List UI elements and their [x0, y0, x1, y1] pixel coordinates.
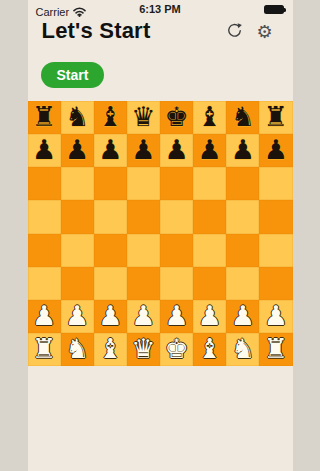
square-f2[interactable]: ♟	[193, 300, 226, 333]
square-f8[interactable]: ♝	[193, 101, 226, 134]
square-b6[interactable]	[61, 167, 94, 200]
square-c4[interactable]	[94, 234, 127, 267]
refresh-button[interactable]	[223, 20, 247, 44]
white-rook: ♜	[264, 335, 288, 362]
black-pawn: ♟	[98, 136, 122, 163]
white-pawn: ♟	[65, 302, 89, 329]
black-pawn: ♟	[231, 136, 255, 163]
square-g2[interactable]: ♟	[226, 300, 259, 333]
status-bar: Carrier 6:13 PM	[28, 0, 293, 20]
white-pawn: ♟	[32, 302, 56, 329]
white-rook: ♜	[32, 335, 56, 362]
white-pawn: ♟	[131, 302, 155, 329]
square-d2[interactable]: ♟	[127, 300, 160, 333]
square-c1[interactable]: ♝	[94, 333, 127, 366]
square-b7[interactable]: ♟	[61, 134, 94, 167]
square-e1[interactable]: ♚	[160, 333, 193, 366]
chess-board: ♜♞♝♛♚♝♞♜♟♟♟♟♟♟♟♟♟♟♟♟♟♟♟♟♜♞♝♛♚♝♞♜	[28, 101, 293, 366]
battery-tip	[284, 8, 286, 12]
square-h2[interactable]: ♟	[259, 300, 292, 333]
square-d3[interactable]	[127, 267, 160, 300]
square-h6[interactable]	[259, 167, 292, 200]
square-f4[interactable]	[193, 234, 226, 267]
square-e5[interactable]	[160, 200, 193, 233]
square-d5[interactable]	[127, 200, 160, 233]
square-h8[interactable]: ♜	[259, 101, 292, 134]
square-d1[interactable]: ♛	[127, 333, 160, 366]
square-g7[interactable]: ♟	[226, 134, 259, 167]
square-b4[interactable]	[61, 234, 94, 267]
settings-button[interactable]: ⚙	[253, 20, 277, 44]
square-a3[interactable]	[28, 267, 61, 300]
square-g1[interactable]: ♞	[226, 333, 259, 366]
black-bishop: ♝	[98, 103, 122, 130]
status-time: 6:13 PM	[28, 3, 293, 15]
start-button[interactable]: Start	[41, 62, 105, 88]
black-knight: ♞	[65, 103, 89, 130]
square-a4[interactable]	[28, 234, 61, 267]
square-b2[interactable]: ♟	[61, 300, 94, 333]
white-pawn: ♟	[164, 302, 188, 329]
header: Let's Start ⚙	[28, 18, 293, 50]
square-a7[interactable]: ♟	[28, 134, 61, 167]
black-queen: ♛	[131, 103, 155, 130]
square-a2[interactable]: ♟	[28, 300, 61, 333]
square-d8[interactable]: ♛	[127, 101, 160, 134]
square-d6[interactable]	[127, 167, 160, 200]
black-bishop: ♝	[198, 103, 222, 130]
square-b8[interactable]: ♞	[61, 101, 94, 134]
square-c3[interactable]	[94, 267, 127, 300]
white-bishop: ♝	[198, 335, 222, 362]
square-f5[interactable]	[193, 200, 226, 233]
square-c5[interactable]	[94, 200, 127, 233]
battery-icon	[264, 5, 284, 14]
square-f1[interactable]: ♝	[193, 333, 226, 366]
square-d7[interactable]: ♟	[127, 134, 160, 167]
square-h1[interactable]: ♜	[259, 333, 292, 366]
square-c6[interactable]	[94, 167, 127, 200]
black-rook: ♜	[264, 103, 288, 130]
white-pawn: ♟	[264, 302, 288, 329]
square-b5[interactable]	[61, 200, 94, 233]
square-a5[interactable]	[28, 200, 61, 233]
square-g5[interactable]	[226, 200, 259, 233]
square-f3[interactable]	[193, 267, 226, 300]
black-pawn: ♟	[65, 136, 89, 163]
square-c8[interactable]: ♝	[94, 101, 127, 134]
app-screen: Carrier 6:13 PM Let's Start	[28, 0, 293, 471]
square-a1[interactable]: ♜	[28, 333, 61, 366]
square-e2[interactable]: ♟	[160, 300, 193, 333]
square-h7[interactable]: ♟	[259, 134, 292, 167]
square-h5[interactable]	[259, 200, 292, 233]
black-king: ♚	[164, 103, 188, 130]
white-king: ♚	[164, 335, 188, 362]
white-queen: ♛	[131, 335, 155, 362]
square-g6[interactable]	[226, 167, 259, 200]
square-e6[interactable]	[160, 167, 193, 200]
square-a6[interactable]	[28, 167, 61, 200]
square-e3[interactable]	[160, 267, 193, 300]
refresh-icon	[226, 22, 243, 42]
square-g4[interactable]	[226, 234, 259, 267]
gear-icon: ⚙	[256, 23, 272, 41]
black-pawn: ♟	[264, 136, 288, 163]
square-a8[interactable]: ♜	[28, 101, 61, 134]
white-knight: ♞	[65, 335, 89, 362]
white-pawn: ♟	[198, 302, 222, 329]
black-pawn: ♟	[32, 136, 56, 163]
black-pawn: ♟	[198, 136, 222, 163]
white-bishop: ♝	[98, 335, 122, 362]
white-pawn: ♟	[231, 302, 255, 329]
square-g3[interactable]	[226, 267, 259, 300]
square-b1[interactable]: ♞	[61, 333, 94, 366]
square-f6[interactable]	[193, 167, 226, 200]
square-c2[interactable]: ♟	[94, 300, 127, 333]
square-h4[interactable]	[259, 234, 292, 267]
square-b3[interactable]	[61, 267, 94, 300]
black-knight: ♞	[231, 103, 255, 130]
square-h3[interactable]	[259, 267, 292, 300]
white-pawn: ♟	[98, 302, 122, 329]
square-e4[interactable]	[160, 234, 193, 267]
page-title: Let's Start	[42, 18, 151, 44]
square-e7[interactable]: ♟	[160, 134, 193, 167]
square-c7[interactable]: ♟	[94, 134, 127, 167]
square-e8[interactable]: ♚	[160, 101, 193, 134]
square-f7[interactable]: ♟	[193, 134, 226, 167]
black-pawn: ♟	[164, 136, 188, 163]
square-d4[interactable]	[127, 234, 160, 267]
square-g8[interactable]: ♞	[226, 101, 259, 134]
white-knight: ♞	[231, 335, 255, 362]
black-rook: ♜	[32, 103, 56, 130]
black-pawn: ♟	[131, 136, 155, 163]
